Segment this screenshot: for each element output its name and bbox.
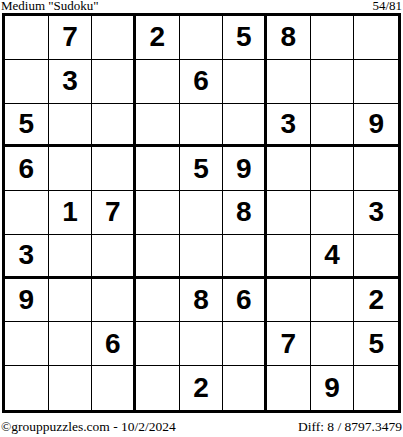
cell-r8c1-empty[interactable]: [5, 322, 49, 366]
cell-r9c4-empty[interactable]: [136, 366, 180, 410]
cell-r5c9-given: 3: [354, 191, 398, 235]
cell-r5c6-given: 8: [223, 191, 267, 235]
cell-r8c3-given: 6: [92, 322, 136, 366]
cell-r1c5-empty[interactable]: [180, 16, 224, 60]
cell-r4c4-empty[interactable]: [136, 147, 180, 191]
cell-r8c4-empty[interactable]: [136, 322, 180, 366]
cell-r1c3-empty[interactable]: [92, 16, 136, 60]
cell-r9c8-given: 9: [311, 366, 355, 410]
cell-r4c9-empty[interactable]: [354, 147, 398, 191]
cell-r7c9-given: 2: [354, 279, 398, 323]
cell-r7c2-empty[interactable]: [49, 279, 93, 323]
cell-r9c7-empty[interactable]: [267, 366, 311, 410]
cell-r7c1-given: 9: [5, 279, 49, 323]
cell-r3c3-empty[interactable]: [92, 104, 136, 148]
cell-r2c4-empty[interactable]: [136, 60, 180, 104]
cell-r5c4-empty[interactable]: [136, 191, 180, 235]
cell-r4c1-given: 6: [5, 147, 49, 191]
cell-r3c2-empty[interactable]: [49, 104, 93, 148]
cell-r5c5-empty[interactable]: [180, 191, 224, 235]
cell-r6c7-empty[interactable]: [267, 235, 311, 279]
cell-r7c8-empty[interactable]: [311, 279, 355, 323]
copyright-text: ©grouppuzzles.com - 10/2/2024: [1, 419, 176, 434]
cell-r9c3-empty[interactable]: [92, 366, 136, 410]
cell-r5c1-empty[interactable]: [5, 191, 49, 235]
cell-r2c3-empty[interactable]: [92, 60, 136, 104]
cell-r2c9-empty[interactable]: [354, 60, 398, 104]
cell-r8c7-given: 7: [267, 322, 311, 366]
cell-r3c8-empty[interactable]: [311, 104, 355, 148]
cell-r8c6-empty[interactable]: [223, 322, 267, 366]
cell-r3c4-empty[interactable]: [136, 104, 180, 148]
empty-cell-counter: 54/81: [372, 0, 402, 12]
cell-r6c6-empty[interactable]: [223, 235, 267, 279]
cell-r9c1-empty[interactable]: [5, 366, 49, 410]
cell-r3c1-given: 5: [5, 104, 49, 148]
cell-r1c7-given: 8: [267, 16, 311, 60]
cell-r1c4-given: 2: [136, 16, 180, 60]
cell-r4c7-empty[interactable]: [267, 147, 311, 191]
cell-r4c3-empty[interactable]: [92, 147, 136, 191]
cell-r2c7-empty[interactable]: [267, 60, 311, 104]
cell-r4c5-given: 5: [180, 147, 224, 191]
cell-r8c9-given: 5: [354, 322, 398, 366]
cell-r3c9-given: 9: [354, 104, 398, 148]
cell-r6c8-given: 4: [311, 235, 355, 279]
cell-r1c9-empty[interactable]: [354, 16, 398, 60]
cell-r3c6-empty[interactable]: [223, 104, 267, 148]
cell-r8c2-empty[interactable]: [49, 322, 93, 366]
sudoku-page: Medium "Sudoku" 54/81 725836539659178334…: [0, 0, 403, 437]
cell-r3c7-given: 3: [267, 104, 311, 148]
cell-r6c1-given: 3: [5, 235, 49, 279]
cell-r2c6-empty[interactable]: [223, 60, 267, 104]
header: Medium "Sudoku" 54/81: [1, 0, 402, 12]
cell-r1c1-empty[interactable]: [5, 16, 49, 60]
footer: ©grouppuzzles.com - 10/2/2024 Diff: 8 / …: [1, 419, 402, 435]
cell-r2c5-given: 6: [180, 60, 224, 104]
cell-r9c2-empty[interactable]: [49, 366, 93, 410]
cell-r9c6-empty[interactable]: [223, 366, 267, 410]
cell-r1c6-given: 5: [223, 16, 267, 60]
cell-r6c3-empty[interactable]: [92, 235, 136, 279]
cell-r7c5-given: 8: [180, 279, 224, 323]
cell-r6c2-empty[interactable]: [49, 235, 93, 279]
cell-r4c8-empty[interactable]: [311, 147, 355, 191]
cell-r2c1-empty[interactable]: [5, 60, 49, 104]
puzzle-title: Medium "Sudoku": [1, 0, 99, 12]
sudoku-grid: 725836539659178334986267529: [2, 13, 401, 413]
cell-r3c5-empty[interactable]: [180, 104, 224, 148]
cell-r9c5-given: 2: [180, 366, 224, 410]
cell-r1c2-given: 7: [49, 16, 93, 60]
cell-r5c7-empty[interactable]: [267, 191, 311, 235]
cell-r4c6-given: 9: [223, 147, 267, 191]
cell-r6c9-empty[interactable]: [354, 235, 398, 279]
cell-r7c4-empty[interactable]: [136, 279, 180, 323]
cell-r1c8-empty[interactable]: [311, 16, 355, 60]
cell-r5c8-empty[interactable]: [311, 191, 355, 235]
cell-r6c4-empty[interactable]: [136, 235, 180, 279]
cell-r7c7-empty[interactable]: [267, 279, 311, 323]
cell-r8c5-empty[interactable]: [180, 322, 224, 366]
cell-r7c6-given: 6: [223, 279, 267, 323]
cell-r2c2-given: 3: [49, 60, 93, 104]
cell-r5c2-given: 1: [49, 191, 93, 235]
difficulty-text: Diff: 8 / 8797.3479: [298, 419, 402, 434]
cell-r7c3-empty[interactable]: [92, 279, 136, 323]
cell-r9c9-empty[interactable]: [354, 366, 398, 410]
cell-r8c8-empty[interactable]: [311, 322, 355, 366]
cell-r6c5-empty[interactable]: [180, 235, 224, 279]
cell-r2c8-empty[interactable]: [311, 60, 355, 104]
cell-r5c3-given: 7: [92, 191, 136, 235]
cell-r4c2-empty[interactable]: [49, 147, 93, 191]
